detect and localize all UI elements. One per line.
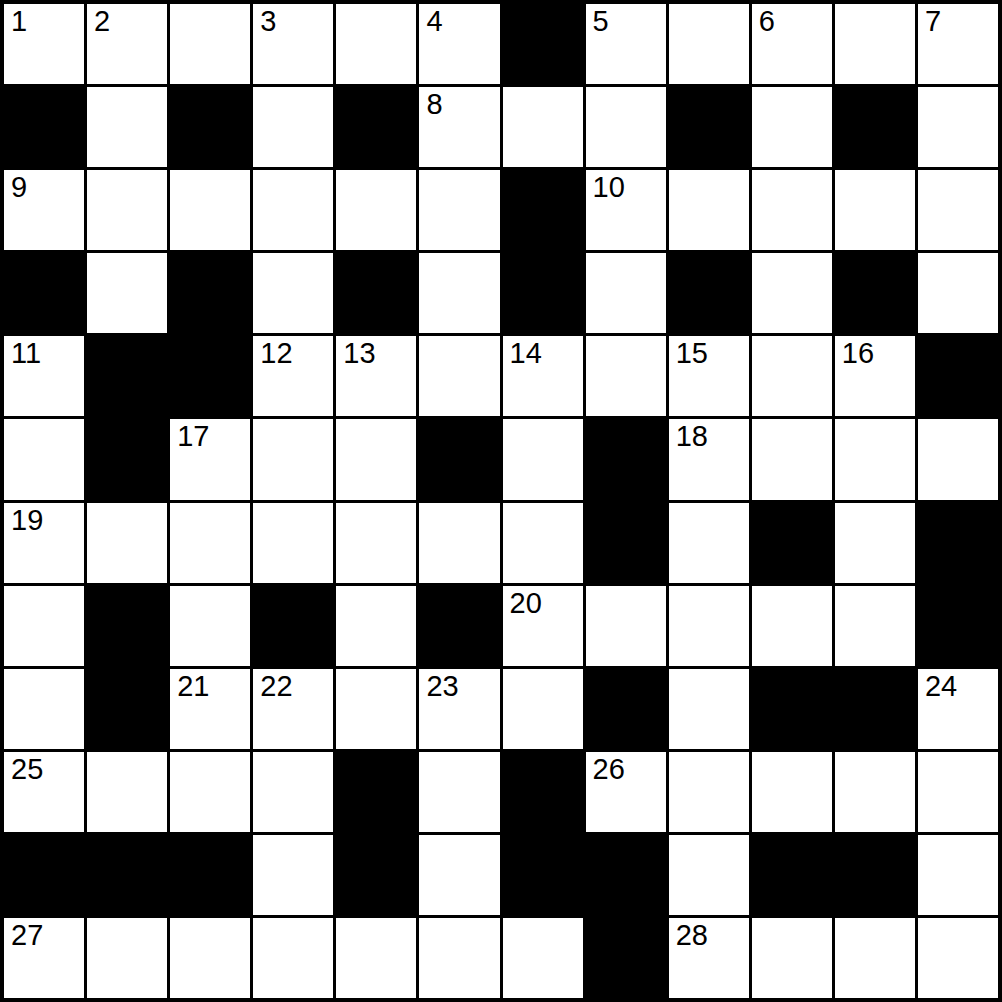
clue-number: 11 <box>11 337 41 370</box>
clue-number: 16 <box>842 337 874 370</box>
letter-cell[interactable] <box>918 835 998 915</box>
blocked-cell <box>336 835 416 915</box>
letter-cell[interactable] <box>336 503 416 583</box>
letter-cell[interactable]: 7 <box>918 4 998 84</box>
clue-number: 19 <box>11 504 43 537</box>
letter-cell[interactable] <box>87 752 167 832</box>
clue-number: 3 <box>260 5 276 38</box>
letter-cell[interactable] <box>752 419 832 499</box>
letter-cell[interactable] <box>419 835 499 915</box>
blocked-cell <box>4 835 84 915</box>
letter-cell[interactable]: 3 <box>253 4 333 84</box>
blocked-cell <box>752 669 832 749</box>
letter-cell[interactable]: 28 <box>669 918 749 998</box>
letter-cell[interactable] <box>586 586 666 666</box>
letter-cell[interactable] <box>336 170 416 250</box>
blocked-cell <box>253 586 333 666</box>
letter-cell[interactable] <box>752 918 832 998</box>
clue-number: 15 <box>676 337 708 370</box>
blocked-cell <box>752 503 832 583</box>
letter-cell[interactable] <box>253 918 333 998</box>
letter-cell[interactable] <box>586 87 666 167</box>
letter-cell[interactable] <box>170 752 250 832</box>
letter-cell[interactable] <box>752 586 832 666</box>
letter-cell[interactable] <box>503 419 583 499</box>
letter-cell[interactable] <box>170 918 250 998</box>
blocked-cell <box>87 586 167 666</box>
clue-number: 8 <box>426 88 442 121</box>
blocked-cell <box>586 918 666 998</box>
letter-cell[interactable] <box>419 503 499 583</box>
blocked-cell <box>4 87 84 167</box>
clue-number: 22 <box>260 670 292 703</box>
letter-cell[interactable] <box>253 87 333 167</box>
blocked-cell <box>503 835 583 915</box>
letter-cell[interactable]: 13 <box>336 336 416 416</box>
letter-cell[interactable] <box>170 586 250 666</box>
letter-cell[interactable] <box>253 752 333 832</box>
letter-cell[interactable] <box>918 752 998 832</box>
letter-cell[interactable] <box>253 170 333 250</box>
letter-cell[interactable]: 6 <box>752 4 832 84</box>
blocked-cell <box>87 835 167 915</box>
blocked-cell <box>170 253 250 333</box>
blocked-cell <box>87 419 167 499</box>
letter-cell[interactable] <box>669 170 749 250</box>
letter-cell[interactable]: 23 <box>419 669 499 749</box>
letter-cell[interactable] <box>918 87 998 167</box>
letter-cell[interactable] <box>503 669 583 749</box>
letter-cell[interactable] <box>835 918 915 998</box>
letter-cell[interactable] <box>336 4 416 84</box>
letter-cell[interactable] <box>170 4 250 84</box>
blocked-cell <box>170 835 250 915</box>
letter-cell[interactable]: 5 <box>586 4 666 84</box>
letter-cell[interactable] <box>586 336 666 416</box>
letter-cell[interactable]: 18 <box>669 419 749 499</box>
letter-cell[interactable] <box>419 336 499 416</box>
blocked-cell <box>170 87 250 167</box>
letter-cell[interactable]: 4 <box>419 4 499 84</box>
letter-cell[interactable] <box>419 253 499 333</box>
letter-cell[interactable] <box>336 586 416 666</box>
letter-cell[interactable] <box>253 503 333 583</box>
letter-cell[interactable] <box>835 586 915 666</box>
clue-number: 27 <box>11 919 43 952</box>
letter-cell[interactable] <box>835 4 915 84</box>
letter-cell[interactable] <box>87 503 167 583</box>
letter-cell[interactable] <box>835 419 915 499</box>
clue-number: 9 <box>11 171 27 204</box>
blocked-cell <box>503 170 583 250</box>
letter-cell[interactable]: 1 <box>4 4 84 84</box>
clue-number: 28 <box>676 919 708 952</box>
clue-number: 23 <box>426 670 458 703</box>
letter-cell[interactable] <box>336 669 416 749</box>
blocked-cell <box>87 669 167 749</box>
clue-number: 5 <box>593 5 609 38</box>
crossword-board: 1234567891011121314151617181920212223242… <box>0 0 1002 1002</box>
letter-cell[interactable] <box>752 336 832 416</box>
letter-cell[interactable]: 17 <box>170 419 250 499</box>
blocked-cell <box>835 253 915 333</box>
letter-cell[interactable] <box>752 87 832 167</box>
letter-cell[interactable] <box>419 752 499 832</box>
blocked-cell <box>835 835 915 915</box>
blocked-cell <box>918 503 998 583</box>
letter-cell[interactable]: 27 <box>4 918 84 998</box>
letter-cell[interactable]: 22 <box>253 669 333 749</box>
letter-cell[interactable] <box>669 503 749 583</box>
clue-number: 13 <box>343 337 375 370</box>
blocked-cell <box>586 503 666 583</box>
letter-cell[interactable] <box>669 752 749 832</box>
letter-cell[interactable] <box>170 170 250 250</box>
blocked-cell <box>918 336 998 416</box>
clue-number: 26 <box>593 753 625 786</box>
letter-cell[interactable]: 8 <box>419 87 499 167</box>
blocked-cell <box>835 87 915 167</box>
blocked-cell <box>835 669 915 749</box>
letter-cell[interactable] <box>87 170 167 250</box>
letter-cell[interactable] <box>669 586 749 666</box>
blocked-cell <box>503 253 583 333</box>
letter-cell[interactable] <box>4 419 84 499</box>
letter-cell[interactable]: 20 <box>503 586 583 666</box>
letter-cell[interactable] <box>918 253 998 333</box>
letter-cell[interactable] <box>87 253 167 333</box>
clue-number: 10 <box>593 171 625 204</box>
letter-cell[interactable] <box>336 419 416 499</box>
letter-cell[interactable] <box>253 419 333 499</box>
letter-cell[interactable] <box>918 419 998 499</box>
clue-number: 7 <box>925 5 941 38</box>
letter-cell[interactable] <box>419 918 499 998</box>
letter-cell[interactable] <box>419 170 499 250</box>
blocked-cell <box>170 336 250 416</box>
letter-cell[interactable] <box>669 669 749 749</box>
blocked-cell <box>918 586 998 666</box>
letter-cell[interactable]: 10 <box>586 170 666 250</box>
clue-number: 20 <box>510 587 542 620</box>
letter-cell[interactable] <box>586 253 666 333</box>
letter-cell[interactable] <box>752 170 832 250</box>
blocked-cell <box>586 419 666 499</box>
letter-cell[interactable]: 9 <box>4 170 84 250</box>
clue-number: 24 <box>925 670 957 703</box>
blocked-cell <box>669 253 749 333</box>
letter-cell[interactable]: 14 <box>503 336 583 416</box>
blocked-cell <box>419 586 499 666</box>
letter-cell[interactable] <box>752 253 832 333</box>
letter-cell[interactable] <box>503 918 583 998</box>
letter-cell[interactable] <box>503 503 583 583</box>
letter-cell[interactable] <box>752 752 832 832</box>
letter-cell[interactable]: 21 <box>170 669 250 749</box>
letter-cell[interactable]: 19 <box>4 503 84 583</box>
blocked-cell <box>336 253 416 333</box>
letter-cell[interactable]: 15 <box>669 336 749 416</box>
clue-number: 2 <box>94 5 110 38</box>
letter-cell[interactable] <box>87 918 167 998</box>
letter-cell[interactable]: 25 <box>4 752 84 832</box>
letter-cell[interactable] <box>170 503 250 583</box>
blocked-cell <box>503 752 583 832</box>
clue-number: 1 <box>11 5 27 38</box>
letter-cell[interactable] <box>835 170 915 250</box>
letter-cell[interactable] <box>87 87 167 167</box>
blocked-cell <box>669 87 749 167</box>
letter-cell[interactable]: 26 <box>586 752 666 832</box>
letter-cell[interactable] <box>835 503 915 583</box>
blocked-cell <box>336 87 416 167</box>
letter-cell[interactable] <box>918 918 998 998</box>
letter-cell[interactable] <box>835 752 915 832</box>
blocked-cell <box>4 253 84 333</box>
clue-number: 21 <box>177 670 209 703</box>
letter-cell[interactable] <box>669 4 749 84</box>
clue-number: 6 <box>759 5 775 38</box>
letter-cell[interactable]: 16 <box>835 336 915 416</box>
letter-cell[interactable] <box>4 586 84 666</box>
blocked-cell <box>503 4 583 84</box>
clue-number: 4 <box>426 5 442 38</box>
letter-cell[interactable]: 12 <box>253 336 333 416</box>
letter-cell[interactable] <box>503 87 583 167</box>
clue-number: 14 <box>510 337 542 370</box>
blocked-cell <box>586 669 666 749</box>
blocked-cell <box>87 336 167 416</box>
blocked-cell <box>752 835 832 915</box>
clue-number: 25 <box>11 753 43 786</box>
letter-cell[interactable] <box>253 253 333 333</box>
letter-cell[interactable] <box>918 170 998 250</box>
letter-cell[interactable] <box>253 835 333 915</box>
blocked-cell <box>336 752 416 832</box>
letter-cell[interactable]: 24 <box>918 669 998 749</box>
letter-cell[interactable]: 2 <box>87 4 167 84</box>
clue-number: 17 <box>177 420 209 453</box>
letter-cell[interactable] <box>669 835 749 915</box>
clue-number: 18 <box>676 420 708 453</box>
blocked-cell <box>419 419 499 499</box>
clue-number: 12 <box>260 337 292 370</box>
letter-cell[interactable] <box>336 918 416 998</box>
letter-cell[interactable]: 11 <box>4 336 84 416</box>
blocked-cell <box>586 835 666 915</box>
letter-cell[interactable] <box>4 669 84 749</box>
